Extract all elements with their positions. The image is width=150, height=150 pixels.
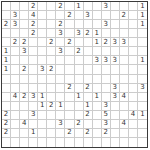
- cell-r16c4[interactable]: [29, 138, 38, 147]
- cell-r2c1[interactable]: [2, 11, 11, 20]
- clue-cell-r11c5[interactable]: 1: [38, 93, 47, 102]
- cell-r7c10[interactable]: [84, 56, 93, 65]
- cell-r8c16[interactable]: [138, 65, 147, 74]
- cell-r1c2[interactable]: [11, 2, 20, 11]
- cell-r3c11[interactable]: [93, 20, 102, 29]
- cell-r10c4[interactable]: [29, 84, 38, 93]
- cell-r15c2[interactable]: [11, 129, 20, 138]
- clue-cell-r2c14[interactable]: 2: [120, 11, 129, 20]
- cell-r2c7[interactable]: [56, 11, 65, 20]
- cell-r12c11[interactable]: [93, 102, 102, 111]
- clue-cell-r8c6[interactable]: 2: [47, 65, 56, 74]
- cell-r1c14[interactable]: [120, 2, 129, 11]
- cell-r3c6[interactable]: [47, 20, 56, 29]
- cell-r7c8[interactable]: [65, 56, 74, 65]
- cell-r3c5[interactable]: [38, 20, 47, 29]
- clue-cell-r11c9[interactable]: 1: [75, 93, 84, 102]
- cell-r6c16[interactable]: [138, 47, 147, 56]
- cell-r6c8[interactable]: [65, 47, 74, 56]
- cell-r4c12[interactable]: [102, 29, 111, 38]
- cell-r4c13[interactable]: [111, 29, 120, 38]
- cell-r6c6[interactable]: [47, 47, 56, 56]
- cell-r10c6[interactable]: [47, 84, 56, 93]
- cell-r15c5[interactable]: [38, 129, 47, 138]
- clue-cell-r1c9[interactable]: 1: [75, 2, 84, 11]
- cell-r16c6[interactable]: [47, 138, 56, 147]
- cell-r16c16[interactable]: [138, 138, 147, 147]
- clue-cell-r5c2[interactable]: 2: [11, 38, 20, 47]
- cell-r16c12[interactable]: [102, 138, 111, 147]
- cell-r1c10[interactable]: [84, 2, 93, 11]
- clue-cell-r1c7[interactable]: 2: [56, 2, 65, 11]
- cell-r6c4[interactable]: [29, 47, 38, 56]
- cell-r9c11[interactable]: [93, 75, 102, 84]
- cell-r9c2[interactable]: [11, 75, 20, 84]
- cell-r9c6[interactable]: [47, 75, 56, 84]
- cell-r7c3[interactable]: [20, 56, 29, 65]
- clue-cell-r3c16[interactable]: 1: [138, 20, 147, 29]
- cell-r6c12[interactable]: [102, 47, 111, 56]
- clue-cell-r14c9[interactable]: 2: [75, 120, 84, 129]
- cell-r9c1[interactable]: [2, 75, 11, 84]
- cell-r13c5[interactable]: [38, 111, 47, 120]
- clue-cell-r12c6[interactable]: 2: [47, 102, 56, 111]
- cell-r15c16[interactable]: [138, 129, 147, 138]
- clue-cell-r7c16[interactable]: 1: [138, 56, 147, 65]
- cell-r10c5[interactable]: [38, 84, 47, 93]
- cell-r3c3[interactable]: [20, 20, 29, 29]
- clue-cell-r5c3[interactable]: 2: [20, 38, 29, 47]
- clue-cell-r13c10[interactable]: 2: [84, 111, 93, 120]
- cell-r5c16[interactable]: [138, 38, 147, 47]
- cell-r7c9[interactable]: [75, 56, 84, 65]
- cell-r11c12[interactable]: [102, 93, 111, 102]
- clue-cell-r3c4[interactable]: 2: [29, 20, 38, 29]
- clue-cell-r3c7[interactable]: 2: [56, 20, 65, 29]
- clue-cell-r14c12[interactable]: 3: [102, 120, 111, 129]
- clue-cell-r11c13[interactable]: 3: [111, 93, 120, 102]
- cell-r3c10[interactable]: [84, 20, 93, 29]
- clue-cell-r1c16[interactable]: 1: [138, 2, 147, 11]
- cell-r2c5[interactable]: [38, 11, 47, 20]
- clue-cell-r4c7[interactable]: 3: [56, 29, 65, 38]
- clue-cell-r4c10[interactable]: 2: [84, 29, 93, 38]
- cell-r14c11[interactable]: [93, 120, 102, 129]
- cell-r14c6[interactable]: [47, 120, 56, 129]
- cell-r10c9[interactable]: [75, 84, 84, 93]
- clue-cell-r4c4[interactable]: 2: [29, 29, 38, 38]
- cell-r13c3[interactable]: [20, 111, 29, 120]
- cell-r9c16[interactable]: [138, 75, 147, 84]
- clue-cell-r10c8[interactable]: 2: [65, 84, 74, 93]
- clue-cell-r13c12[interactable]: 5: [102, 111, 111, 120]
- cell-r8c8[interactable]: [65, 65, 74, 74]
- clue-cell-r4c11[interactable]: 1: [93, 29, 102, 38]
- cell-r16c8[interactable]: [65, 138, 74, 147]
- clue-cell-r11c11[interactable]: 1: [93, 93, 102, 102]
- clue-cell-r15c4[interactable]: 1: [29, 129, 38, 138]
- cell-r11c8[interactable]: [65, 93, 74, 102]
- cell-r8c4[interactable]: [29, 65, 38, 74]
- clue-cell-r7c1[interactable]: 1: [2, 56, 11, 65]
- cell-r4c14[interactable]: [120, 29, 129, 38]
- cell-r6c14[interactable]: [120, 47, 129, 56]
- cell-r7c6[interactable]: [47, 56, 56, 65]
- cell-r10c14[interactable]: [120, 84, 129, 93]
- cell-r4c2[interactable]: [11, 29, 20, 38]
- cell-r1c13[interactable]: [111, 2, 120, 11]
- cell-r7c2[interactable]: [11, 56, 20, 65]
- clue-cell-r15c1[interactable]: 2: [2, 129, 11, 138]
- cell-r14c13[interactable]: [111, 120, 120, 129]
- clue-cell-r8c3[interactable]: 2: [20, 65, 29, 74]
- cell-r11c1[interactable]: [2, 93, 11, 102]
- clue-cell-r2c4[interactable]: 4: [29, 11, 38, 20]
- cell-r12c1[interactable]: [2, 102, 11, 111]
- clue-cell-r10c16[interactable]: 3: [138, 84, 147, 93]
- clue-cell-r2c2[interactable]: 3: [11, 11, 20, 20]
- clue-cell-r2c16[interactable]: 1: [138, 11, 147, 20]
- cell-r16c13[interactable]: [111, 138, 120, 147]
- cell-r8c11[interactable]: [93, 65, 102, 74]
- cell-r13c7[interactable]: [56, 111, 65, 120]
- cell-r5c5[interactable]: [38, 38, 47, 47]
- cell-r8c12[interactable]: [102, 65, 111, 74]
- cell-r9c15[interactable]: [129, 75, 138, 84]
- cell-r15c15[interactable]: [129, 129, 138, 138]
- cell-r1c6[interactable]: [47, 2, 56, 11]
- cell-r12c14[interactable]: [120, 102, 129, 111]
- clue-cell-r11c4[interactable]: 3: [29, 93, 38, 102]
- clue-cell-r11c14[interactable]: 4: [120, 93, 129, 102]
- cell-r15c11[interactable]: [93, 129, 102, 138]
- clue-cell-r12c7[interactable]: 1: [56, 102, 65, 111]
- cell-r8c13[interactable]: [111, 65, 120, 74]
- cell-r3c9[interactable]: [75, 20, 84, 29]
- clue-cell-r4c9[interactable]: 3: [75, 29, 84, 38]
- cell-r9c3[interactable]: [20, 75, 29, 84]
- cell-r7c5[interactable]: [38, 56, 47, 65]
- cell-r6c15[interactable]: [129, 47, 138, 56]
- cell-r2c13[interactable]: [111, 11, 120, 20]
- cell-r16c1[interactable]: [2, 138, 11, 147]
- clue-cell-r14c1[interactable]: 2: [2, 120, 11, 129]
- clue-cell-r3c12[interactable]: 3: [102, 20, 111, 29]
- clue-cell-r5c12[interactable]: 2: [102, 38, 111, 47]
- clue-cell-r10c13[interactable]: 3: [111, 84, 120, 93]
- cell-r13c6[interactable]: [47, 111, 56, 120]
- cell-r16c7[interactable]: [56, 138, 65, 147]
- cell-r2c15[interactable]: [129, 11, 138, 20]
- cell-r15c3[interactable]: [20, 129, 29, 138]
- cell-r12c15[interactable]: [129, 102, 138, 111]
- cell-r16c3[interactable]: [20, 138, 29, 147]
- clue-cell-r3c2[interactable]: 3: [11, 20, 20, 29]
- cell-r14c10[interactable]: [84, 120, 93, 129]
- cell-r11c6[interactable]: [47, 93, 56, 102]
- clue-cell-r6c9[interactable]: 2: [75, 47, 84, 56]
- clue-cell-r5c11[interactable]: 1: [93, 38, 102, 47]
- cell-r8c10[interactable]: [84, 65, 93, 74]
- cell-r12c16[interactable]: [138, 102, 147, 111]
- cell-r7c14[interactable]: [120, 56, 129, 65]
- cell-r9c7[interactable]: [56, 75, 65, 84]
- cell-r11c10[interactable]: [84, 93, 93, 102]
- cell-r13c13[interactable]: [111, 111, 120, 120]
- cell-r10c7[interactable]: [56, 84, 65, 93]
- cell-r5c15[interactable]: [129, 38, 138, 47]
- cell-r6c11[interactable]: [93, 47, 102, 56]
- cell-r9c4[interactable]: [29, 75, 38, 84]
- clue-cell-r12c10[interactable]: 1: [84, 102, 93, 111]
- cell-r12c3[interactable]: [20, 102, 29, 111]
- cell-r15c9[interactable]: [75, 129, 84, 138]
- clue-cell-r15c12[interactable]: 2: [102, 129, 111, 138]
- cell-r10c15[interactable]: [129, 84, 138, 93]
- cell-r5c1[interactable]: [2, 38, 11, 47]
- clue-cell-r10c10[interactable]: 2: [84, 84, 93, 93]
- cell-r4c16[interactable]: [138, 29, 147, 38]
- clue-cell-r1c4[interactable]: 2: [29, 2, 38, 11]
- cell-r16c5[interactable]: [38, 138, 47, 147]
- clue-cell-r2c10[interactable]: 3: [84, 11, 93, 20]
- cell-r1c11[interactable]: [93, 2, 102, 11]
- cell-r15c13[interactable]: [111, 129, 120, 138]
- cell-r6c5[interactable]: [38, 47, 47, 56]
- cell-r3c15[interactable]: [129, 20, 138, 29]
- cell-r10c3[interactable]: [20, 84, 29, 93]
- cell-r4c15[interactable]: [129, 29, 138, 38]
- cell-r14c16[interactable]: [138, 120, 147, 129]
- cell-r6c10[interactable]: [84, 47, 93, 56]
- cell-r8c14[interactable]: [120, 65, 129, 74]
- cell-r7c4[interactable]: [29, 56, 38, 65]
- cell-r15c7[interactable]: [56, 129, 65, 138]
- clue-cell-r5c13[interactable]: 3: [111, 38, 120, 47]
- cell-r12c8[interactable]: [65, 102, 74, 111]
- cell-r14c8[interactable]: [65, 120, 74, 129]
- clue-cell-r3c1[interactable]: 2: [2, 20, 11, 29]
- cell-r7c15[interactable]: [129, 56, 138, 65]
- cell-r13c14[interactable]: [120, 111, 129, 120]
- clue-cell-r7c12[interactable]: 3: [102, 56, 111, 65]
- cell-r16c15[interactable]: [129, 138, 138, 147]
- cell-r4c6[interactable]: [47, 29, 56, 38]
- cell-r9c9[interactable]: [75, 75, 84, 84]
- cell-r5c4[interactable]: [29, 38, 38, 47]
- clue-cell-r15c8[interactable]: 2: [65, 129, 74, 138]
- clue-cell-r6c7[interactable]: 3: [56, 47, 65, 56]
- puzzle-grid: 2213134232123223123321222212331332133311…: [1, 1, 148, 148]
- cell-r6c2[interactable]: [11, 47, 20, 56]
- clue-cell-r14c14[interactable]: 4: [120, 120, 129, 129]
- cell-r13c11[interactable]: [93, 111, 102, 120]
- clue-cell-r13c4[interactable]: 3: [29, 111, 38, 120]
- cell-r16c10[interactable]: [84, 138, 93, 147]
- cell-r2c11[interactable]: [93, 11, 102, 20]
- cell-r4c5[interactable]: [38, 29, 47, 38]
- cell-r16c11[interactable]: [93, 138, 102, 147]
- cell-r4c3[interactable]: [20, 29, 29, 38]
- cell-r1c15[interactable]: [129, 2, 138, 11]
- cell-r16c14[interactable]: [120, 138, 129, 147]
- cell-r5c7[interactable]: [56, 38, 65, 47]
- cell-r2c6[interactable]: [47, 11, 56, 20]
- cell-r8c7[interactable]: [56, 65, 65, 74]
- clue-cell-r6c3[interactable]: 3: [20, 47, 29, 56]
- clue-cell-r1c12[interactable]: 3: [102, 2, 111, 11]
- cell-r13c9[interactable]: [75, 111, 84, 120]
- cell-r16c2[interactable]: [11, 138, 20, 147]
- cell-r1c8[interactable]: [65, 2, 74, 11]
- clue-cell-r12c5[interactable]: 1: [38, 102, 47, 111]
- clue-cell-r12c12[interactable]: 3: [102, 102, 111, 111]
- cell-r2c3[interactable]: [20, 11, 29, 20]
- cell-r11c15[interactable]: [129, 93, 138, 102]
- cell-r5c9[interactable]: [75, 38, 84, 47]
- cell-r10c12[interactable]: [102, 84, 111, 93]
- clue-cell-r8c5[interactable]: 3: [38, 65, 47, 74]
- cell-r12c13[interactable]: [111, 102, 120, 111]
- clue-cell-r5c8[interactable]: 2: [65, 38, 74, 47]
- cell-r9c13[interactable]: [111, 75, 120, 84]
- cell-r3c8[interactable]: [65, 20, 74, 29]
- cell-r14c15[interactable]: [129, 120, 138, 129]
- cell-r13c8[interactable]: [65, 111, 74, 120]
- cell-r3c14[interactable]: [120, 20, 129, 29]
- cell-r10c11[interactable]: [93, 84, 102, 93]
- clue-cell-r2c8[interactable]: 2: [65, 11, 74, 20]
- cell-r6c13[interactable]: [111, 47, 120, 56]
- cell-r1c1[interactable]: [2, 2, 11, 11]
- clue-cell-r11c2[interactable]: 4: [11, 93, 20, 102]
- cell-r16c9[interactable]: [75, 138, 84, 147]
- cell-r11c7[interactable]: [56, 93, 65, 102]
- clue-cell-r8c1[interactable]: 1: [2, 65, 11, 74]
- cell-r4c1[interactable]: [2, 29, 11, 38]
- cell-r11c16[interactable]: [138, 93, 147, 102]
- cell-r9c5[interactable]: [38, 75, 47, 84]
- cell-r1c3[interactable]: [20, 2, 29, 11]
- cell-r9c12[interactable]: [102, 75, 111, 84]
- clue-cell-r13c1[interactable]: 2: [2, 111, 11, 120]
- cell-r10c1[interactable]: [2, 84, 11, 93]
- clue-cell-r6c1[interactable]: 1: [2, 47, 11, 56]
- cell-r12c4[interactable]: [29, 102, 38, 111]
- cell-r13c2[interactable]: [11, 111, 20, 120]
- cell-r8c2[interactable]: [11, 65, 20, 74]
- clue-cell-r11c3[interactable]: 2: [20, 93, 29, 102]
- cell-r2c9[interactable]: [75, 11, 84, 20]
- cell-r14c2[interactable]: [11, 120, 20, 129]
- clue-cell-r7c11[interactable]: 3: [93, 56, 102, 65]
- cell-r8c15[interactable]: [129, 65, 138, 74]
- cell-r15c6[interactable]: [47, 129, 56, 138]
- cell-r12c2[interactable]: [11, 102, 20, 111]
- cell-r9c10[interactable]: [84, 75, 93, 84]
- cell-r1c5[interactable]: [38, 2, 47, 11]
- clue-cell-r13c16[interactable]: 1: [138, 111, 147, 120]
- cell-r5c10[interactable]: [84, 38, 93, 47]
- cell-r3c13[interactable]: [111, 20, 120, 29]
- clue-cell-r7c13[interactable]: 3: [111, 56, 120, 65]
- cell-r9c8[interactable]: [65, 75, 74, 84]
- clue-cell-r5c14[interactable]: 3: [120, 38, 129, 47]
- cell-r14c4[interactable]: [29, 120, 38, 129]
- clue-cell-r15c10[interactable]: 2: [84, 129, 93, 138]
- clue-cell-r14c7[interactable]: 3: [56, 120, 65, 129]
- cell-r10c2[interactable]: [11, 84, 20, 93]
- cell-r14c5[interactable]: [38, 120, 47, 129]
- cell-r7c7[interactable]: [56, 56, 65, 65]
- clue-cell-r5c6[interactable]: 2: [47, 38, 56, 47]
- cell-r12c9[interactable]: [75, 102, 84, 111]
- cell-r9c14[interactable]: [120, 75, 129, 84]
- cell-r2c12[interactable]: [102, 11, 111, 20]
- clue-cell-r13c15[interactable]: 4: [129, 111, 138, 120]
- cell-r8c9[interactable]: [75, 65, 84, 74]
- cell-r15c14[interactable]: [120, 129, 129, 138]
- clue-cell-r14c3[interactable]: 4: [20, 120, 29, 129]
- cell-r4c8[interactable]: [65, 29, 74, 38]
